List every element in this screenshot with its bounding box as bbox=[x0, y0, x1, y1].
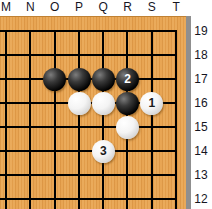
board-point-R15[interactable] bbox=[115, 115, 139, 139]
black-stone-R17: 2 bbox=[116, 68, 139, 91]
white-stone-P16 bbox=[68, 92, 91, 115]
row-label: 15 bbox=[191, 120, 211, 135]
go-board-screenshot: MNOPQRST 213 1918171615141312 bbox=[0, 0, 212, 209]
board-point-Q16[interactable] bbox=[91, 91, 115, 115]
white-stone-Q14: 3 bbox=[92, 140, 115, 163]
board-point-T12[interactable] bbox=[164, 187, 186, 209]
board-point-T13[interactable] bbox=[164, 163, 186, 187]
board-point-O12[interactable] bbox=[43, 187, 67, 209]
board-point-R19[interactable] bbox=[115, 19, 139, 43]
board-point-N18[interactable] bbox=[18, 43, 42, 67]
row-label: 18 bbox=[191, 48, 211, 63]
white-stone-R15 bbox=[116, 116, 139, 139]
board-point-Q13[interactable] bbox=[91, 163, 115, 187]
board-point-S13[interactable] bbox=[140, 163, 164, 187]
board-point-R12[interactable] bbox=[115, 187, 139, 209]
black-stone-O17 bbox=[43, 68, 66, 91]
board-point-T17[interactable] bbox=[164, 67, 186, 91]
board-point-O19[interactable] bbox=[43, 19, 67, 43]
board-point-M17[interactable] bbox=[0, 67, 18, 91]
row-label: 12 bbox=[191, 192, 211, 207]
row-label: 17 bbox=[191, 72, 211, 87]
board-point-P16[interactable] bbox=[67, 91, 91, 115]
board-point-N12[interactable] bbox=[18, 187, 42, 209]
board-point-P15[interactable] bbox=[67, 115, 91, 139]
board-point-T16[interactable] bbox=[164, 91, 186, 115]
row-label: 13 bbox=[191, 168, 211, 183]
board-point-P14[interactable] bbox=[67, 139, 91, 163]
column-label: P bbox=[70, 0, 88, 15]
board-point-N19[interactable] bbox=[18, 19, 42, 43]
column-label: T bbox=[167, 0, 185, 15]
column-label: S bbox=[143, 0, 161, 15]
board-point-O14[interactable] bbox=[43, 139, 67, 163]
board-point-O16[interactable] bbox=[43, 91, 67, 115]
board-point-M14[interactable] bbox=[0, 139, 18, 163]
white-stone-Q16 bbox=[92, 92, 115, 115]
board-point-R13[interactable] bbox=[115, 163, 139, 187]
board-point-R14[interactable] bbox=[115, 139, 139, 163]
board-point-Q19[interactable] bbox=[91, 19, 115, 43]
board-point-N17[interactable] bbox=[18, 67, 42, 91]
board-point-R16[interactable] bbox=[115, 91, 139, 115]
board-point-P13[interactable] bbox=[67, 163, 91, 187]
board-point-M19[interactable] bbox=[0, 19, 18, 43]
column-label: N bbox=[21, 0, 39, 15]
board-point-O17[interactable] bbox=[43, 67, 67, 91]
black-stone-R16 bbox=[116, 92, 139, 115]
board-point-R18[interactable] bbox=[115, 43, 139, 67]
column-label: R bbox=[119, 0, 137, 15]
board-point-O13[interactable] bbox=[43, 163, 67, 187]
column-label: O bbox=[46, 0, 64, 15]
board-point-M18[interactable] bbox=[0, 43, 18, 67]
board-point-O18[interactable] bbox=[43, 43, 67, 67]
column-label: Q bbox=[94, 0, 112, 15]
board-point-T18[interactable] bbox=[164, 43, 186, 67]
board-point-S18[interactable] bbox=[140, 43, 164, 67]
board-point-P18[interactable] bbox=[67, 43, 91, 67]
board-point-M13[interactable] bbox=[0, 163, 18, 187]
board-point-N16[interactable] bbox=[18, 91, 42, 115]
board-point-T19[interactable] bbox=[164, 19, 186, 43]
board-point-S16[interactable]: 1 bbox=[140, 91, 164, 115]
board-point-S17[interactable] bbox=[140, 67, 164, 91]
board-point-Q12[interactable] bbox=[91, 187, 115, 209]
board-point-N14[interactable] bbox=[18, 139, 42, 163]
stone-move-number: 3 bbox=[100, 144, 107, 158]
board-point-S14[interactable] bbox=[140, 139, 164, 163]
row-label: 16 bbox=[191, 96, 211, 111]
board-point-P17[interactable] bbox=[67, 67, 91, 91]
board-point-O15[interactable] bbox=[43, 115, 67, 139]
board-point-M15[interactable] bbox=[0, 115, 18, 139]
board-point-M12[interactable] bbox=[0, 187, 18, 209]
column-label: M bbox=[0, 0, 15, 15]
row-label: 14 bbox=[191, 144, 211, 159]
go-board: 213 bbox=[0, 16, 186, 209]
stone-move-number: 2 bbox=[124, 72, 131, 86]
stone-move-number: 1 bbox=[149, 96, 156, 110]
board-point-N15[interactable] bbox=[18, 115, 42, 139]
board-point-M16[interactable] bbox=[0, 91, 18, 115]
board-point-Q17[interactable] bbox=[91, 67, 115, 91]
board-point-P19[interactable] bbox=[67, 19, 91, 43]
white-stone-S16: 1 bbox=[140, 92, 163, 115]
board-point-Q18[interactable] bbox=[91, 43, 115, 67]
black-stone-Q17 bbox=[92, 68, 115, 91]
board-point-T14[interactable] bbox=[164, 139, 186, 163]
board-point-S15[interactable] bbox=[140, 115, 164, 139]
board-grid: 213 bbox=[0, 19, 186, 209]
board-point-R17[interactable]: 2 bbox=[115, 67, 139, 91]
board-point-Q14[interactable]: 3 bbox=[91, 139, 115, 163]
board-point-T15[interactable] bbox=[164, 115, 186, 139]
board-point-S19[interactable] bbox=[140, 19, 164, 43]
board-point-S12[interactable] bbox=[140, 187, 164, 209]
board-point-P12[interactable] bbox=[67, 187, 91, 209]
board-point-N13[interactable] bbox=[18, 163, 42, 187]
row-label: 19 bbox=[191, 24, 211, 39]
black-stone-P17 bbox=[68, 68, 91, 91]
board-point-Q15[interactable] bbox=[91, 115, 115, 139]
